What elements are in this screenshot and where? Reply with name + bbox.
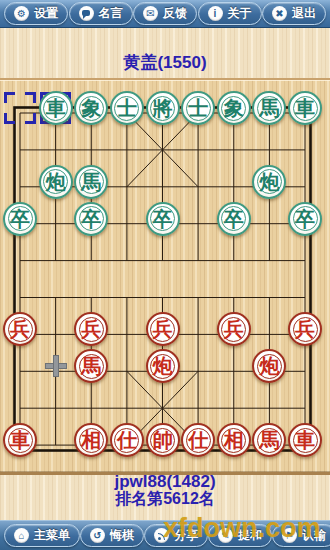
board-point-0-8[interactable]: 車 [287,90,323,127]
board-point-3-5[interactable] [180,200,216,237]
black-cannon[interactable]: 炮 [39,165,73,199]
flag-icon: ⚑ [282,528,297,543]
red-elephant[interactable]: 相 [74,423,108,457]
bracket-corner [4,113,15,124]
red-horse[interactable]: 馬 [252,423,286,457]
black-general[interactable]: 將 [146,91,180,125]
red-elephant[interactable]: 相 [217,423,251,457]
mail-icon: ✉ [143,6,158,21]
offer-draw-button[interactable]: ✎提和 [208,524,272,547]
board-point-1-4[interactable] [145,126,181,163]
share-button[interactable]: 分享 [144,524,208,547]
board-point-9-0[interactable]: 車 [2,422,38,459]
red-soldier[interactable]: 兵 [3,312,37,346]
settings-label: 设置 [34,5,58,22]
share-icon [154,528,169,543]
home-icon: ⌂ [14,528,29,543]
piece-glyph: 仕 [117,430,137,450]
piece-glyph: 象 [81,98,101,118]
piece-glyph: 將 [153,98,173,118]
board-point-4-1[interactable] [38,237,74,274]
black-horse[interactable]: 馬 [252,91,286,125]
board-point-0-1[interactable]: 車 [38,90,74,127]
board-point-0-0[interactable] [2,90,38,127]
board-point-4-5[interactable] [180,237,216,274]
board-point-8-1[interactable] [38,385,74,422]
board-point-0-5[interactable]: 士 [180,90,216,127]
top-toolbar: ⚙设置名言✉反馈i关于✖退出 [0,0,330,28]
board-point-3-7[interactable] [252,200,288,237]
about-label: 关于 [228,5,252,22]
board-point-3-4[interactable]: 卒 [145,200,181,237]
board-point-2-3[interactable] [109,163,145,200]
board-point-5-7[interactable] [252,274,288,311]
board-point-8-2[interactable] [73,385,109,422]
piece-glyph: 炮 [259,356,279,376]
board-point-7-8[interactable] [287,348,323,385]
board-point-9-5[interactable]: 仕 [180,422,216,459]
board-point-5-4[interactable] [145,274,181,311]
board-point-6-3[interactable] [109,311,145,348]
board-point-9-3[interactable]: 仕 [109,422,145,459]
board-point-2-7[interactable]: 炮 [252,163,288,200]
piece-glyph: 馬 [259,430,279,450]
about-button[interactable]: i关于 [198,2,262,25]
red-cannon[interactable]: 炮 [146,349,180,383]
piece-glyph: 卒 [10,209,30,229]
board-point-4-2[interactable] [73,237,109,274]
black-soldier[interactable]: 卒 [217,202,251,236]
last-move-from-marker [4,92,36,125]
board-point-3-3[interactable] [109,200,145,237]
board-point-5-5[interactable] [180,274,216,311]
red-advisor[interactable]: 仕 [110,423,144,457]
piece-glyph: 兵 [153,319,173,339]
black-elephant[interactable]: 象 [74,91,108,125]
black-advisor[interactable]: 士 [181,91,215,125]
board-point-2-4[interactable] [145,163,181,200]
board-point-0-7[interactable]: 馬 [252,90,288,127]
board-point-1-6[interactable] [216,126,252,163]
bracket-corner [25,113,36,124]
board-point-5-2[interactable] [73,274,109,311]
board-point-1-8[interactable] [287,126,323,163]
main-menu-label: 主菜单 [34,527,70,544]
board-point-9-6[interactable]: 相 [216,422,252,459]
piece-glyph: 兵 [10,319,30,339]
bracket-corner [4,92,15,103]
piece-glyph: 兵 [81,319,101,339]
board-point-7-7[interactable]: 炮 [252,348,288,385]
piece-glyph: 馬 [259,98,279,118]
piece-glyph: 相 [224,430,244,450]
board-point-5-1[interactable] [38,274,74,311]
board-point-2-1[interactable]: 炮 [38,163,74,200]
board-point-6-6[interactable]: 兵 [216,311,252,348]
piece-glyph: 兵 [224,319,244,339]
quotes-label: 名言 [99,5,123,22]
red-horse[interactable]: 馬 [74,349,108,383]
board-point-7-6[interactable] [216,348,252,385]
exit-label: 退出 [292,5,316,22]
board-point-2-5[interactable] [180,163,216,200]
speech-icon [79,6,94,21]
piece-glyph: 車 [295,430,315,450]
black-horse[interactable]: 馬 [74,165,108,199]
board-point-2-8[interactable] [287,163,323,200]
board-point-8-5[interactable] [180,385,216,422]
black-soldier[interactable]: 卒 [74,202,108,236]
board-point-8-3[interactable] [109,385,145,422]
board-point-1-1[interactable] [38,126,74,163]
board-point-4-0[interactable] [2,237,38,274]
board-point-8-4[interactable] [145,385,181,422]
piece-glyph: 馬 [81,172,101,192]
black-chariot[interactable]: 車 [39,91,73,125]
board-point-3-2[interactable]: 卒 [73,200,109,237]
piece-glyph: 士 [117,98,137,118]
board-point-5-8[interactable] [287,274,323,311]
red-soldier[interactable]: 兵 [146,312,180,346]
board-point-4-6[interactable] [216,237,252,274]
undo-move-label: 悔棋 [110,527,134,544]
piece-glyph: 卒 [153,209,173,229]
board-point-1-2[interactable] [73,126,109,163]
board-point-2-2[interactable]: 馬 [73,163,109,200]
gear-icon: ⚙ [14,6,29,21]
board-point-4-8[interactable] [287,237,323,274]
board-point-7-2[interactable]: 馬 [73,348,109,385]
red-advisor[interactable]: 仕 [181,423,215,457]
board-point-4-4[interactable] [145,237,181,274]
piece-glyph: 相 [81,430,101,450]
piece-glyph: 車 [10,430,30,450]
board-point-7-4[interactable]: 炮 [145,348,181,385]
board-point-0-6[interactable]: 象 [216,90,252,127]
board-point-8-7[interactable] [252,385,288,422]
piece-glyph: 車 [46,98,66,118]
red-soldier[interactable]: 兵 [217,312,251,346]
resign-button[interactable]: ⚑认输 [272,524,330,547]
piece-glyph: 車 [295,98,315,118]
offer-draw-label: 提和 [238,527,262,544]
board-point-4-7[interactable] [252,237,288,274]
board-point-7-5[interactable] [180,348,216,385]
piece-glyph: 卒 [224,209,244,229]
board-point-3-1[interactable] [38,200,74,237]
main-menu-button[interactable]: ⌂主菜单 [4,524,80,547]
board-point-1-5[interactable] [180,126,216,163]
red-chariot[interactable]: 車 [3,423,37,457]
opponent-name: 黄盖(1550) [0,51,330,74]
board-point-1-0[interactable] [2,126,38,163]
black-cannon[interactable]: 炮 [252,165,286,199]
feedback-label: 反馈 [163,5,187,22]
board-point-9-2[interactable]: 相 [73,422,109,459]
piece-glyph: 仕 [188,430,208,450]
close-icon: ✖ [272,6,287,21]
board-intersections: 車象士將士象馬車炮馬炮卒卒卒卒卒兵兵兵兵兵馬炮炮車相仕帥仕相馬車 [2,90,323,459]
board-point-6-1[interactable] [38,311,74,348]
piece-glyph: 卒 [81,209,101,229]
board-point-6-0[interactable]: 兵 [2,311,38,348]
undo-move-button[interactable]: ↺悔棋 [80,524,144,547]
board-point-8-6[interactable] [216,385,252,422]
red-soldier[interactable]: 兵 [288,312,322,346]
board-point-9-1[interactable] [38,422,74,459]
board-point-7-0[interactable] [2,348,38,385]
exit-button[interactable]: ✖退出 [262,2,326,25]
black-chariot[interactable]: 車 [288,91,322,125]
share-label: 分享 [174,527,198,544]
bracket-corner [25,92,36,103]
board-point-3-0[interactable]: 卒 [2,200,38,237]
board-point-7-3[interactable] [109,348,145,385]
resign-label: 认输 [302,527,326,544]
black-soldier[interactable]: 卒 [288,202,322,236]
piece-glyph: 炮 [46,172,66,192]
board-point-2-0[interactable] [2,163,38,200]
feedback-button[interactable]: ✉反馈 [133,2,197,25]
player-rank: 排名第5612名 [0,489,330,510]
black-elephant[interactable]: 象 [217,91,251,125]
settings-button[interactable]: ⚙设置 [4,2,68,25]
pencil-icon: ✎ [218,528,233,543]
piece-glyph: 帥 [153,430,173,450]
board-point-3-8[interactable]: 卒 [287,200,323,237]
board-point-3-6[interactable]: 卒 [216,200,252,237]
piece-glyph: 卒 [295,209,315,229]
bottom-toolbar: ⌂主菜单↺悔棋分享✎提和⚑认输 [0,520,330,550]
board-point-2-6[interactable] [216,163,252,200]
piece-glyph: 炮 [259,172,279,192]
board-point-9-8[interactable]: 車 [287,422,323,459]
undo-icon: ↺ [90,528,105,543]
board-point-0-3[interactable]: 士 [109,90,145,127]
black-soldier[interactable]: 卒 [3,202,37,236]
board-point-6-5[interactable] [180,311,216,348]
board-point-5-0[interactable] [2,274,38,311]
red-cannon[interactable]: 炮 [252,349,286,383]
board-point-5-3[interactable] [109,274,145,311]
piece-glyph: 兵 [295,319,315,339]
board-point-0-4[interactable]: 將 [145,90,181,127]
board-point-5-6[interactable] [216,274,252,311]
info-icon: i [208,6,223,21]
piece-glyph: 象 [224,98,244,118]
board-point-7-1[interactable] [38,348,74,385]
board-point-9-7[interactable]: 馬 [252,422,288,459]
board-point-1-3[interactable] [109,126,145,163]
board-point-8-8[interactable] [287,385,323,422]
piece-glyph: 士 [188,98,208,118]
xiangqi-board: 車象士將士象馬車炮馬炮卒卒卒卒卒兵兵兵兵兵馬炮炮車相仕帥仕相馬車 [0,78,330,475]
board-point-9-4[interactable]: 帥 [145,422,181,459]
board-point-6-2[interactable]: 兵 [73,311,109,348]
black-advisor[interactable]: 士 [110,91,144,125]
board-point-8-0[interactable] [2,385,38,422]
cursor-crosshair [44,354,68,378]
piece-glyph: 炮 [153,356,173,376]
board-point-4-3[interactable] [109,237,145,274]
red-chariot[interactable]: 車 [288,423,322,457]
board-point-6-7[interactable] [252,311,288,348]
red-general[interactable]: 帥 [146,423,180,457]
red-soldier[interactable]: 兵 [74,312,108,346]
piece-glyph: 馬 [81,356,101,376]
board-point-1-7[interactable] [252,126,288,163]
board-point-0-2[interactable]: 象 [73,90,109,127]
board-point-6-8[interactable]: 兵 [287,311,323,348]
black-soldier[interactable]: 卒 [146,202,180,236]
quotes-button[interactable]: 名言 [69,2,133,25]
board-point-6-4[interactable]: 兵 [145,311,181,348]
